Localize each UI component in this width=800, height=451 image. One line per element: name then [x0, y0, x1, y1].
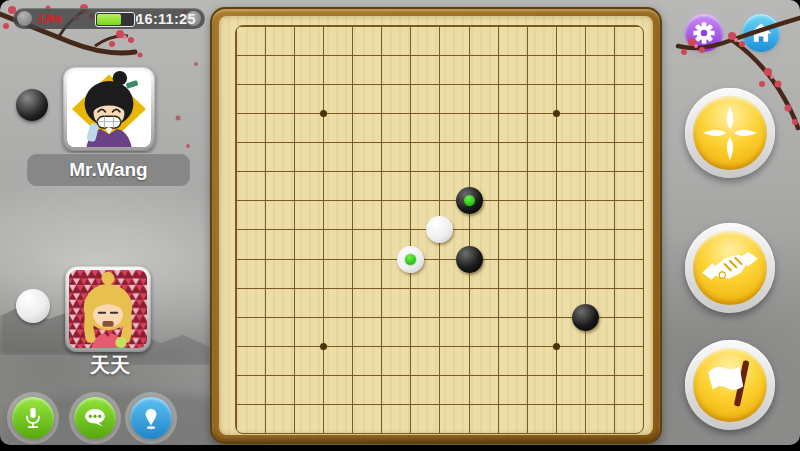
clock-label: 16:11:25 — [135, 11, 197, 27]
voice-button[interactable] — [12, 397, 54, 439]
black-stone-indicator — [16, 89, 48, 121]
last-move-marker — [464, 195, 475, 206]
location-button[interactable] — [130, 397, 172, 439]
home-button[interactable] — [742, 14, 780, 52]
status-left-knob — [17, 11, 32, 26]
black-stone — [456, 246, 483, 273]
white-stone — [397, 246, 424, 273]
go-board-grid[interactable] — [235, 25, 644, 434]
chat-button[interactable] — [74, 397, 116, 439]
battery-fill — [97, 14, 121, 25]
status-bar: 无网络 16:11:25 — [13, 8, 205, 29]
home-icon — [748, 20, 774, 46]
network-warning-label: 无网络 — [37, 14, 63, 26]
white-stone-indicator — [16, 289, 50, 323]
player-top-name: Mr.Wang — [27, 153, 190, 186]
star-point — [553, 343, 560, 350]
go-board-surface — [219, 16, 653, 435]
gear-icon — [691, 20, 717, 46]
star-point — [320, 110, 327, 117]
last-move-marker — [405, 254, 416, 265]
go-board-frame — [210, 7, 662, 444]
player-bottom-avatar — [65, 266, 151, 352]
player-top-name-plate: Mr.Wang — [27, 153, 190, 186]
black-stone — [456, 187, 483, 214]
player-top-avatar — [63, 67, 155, 151]
avatar-mr-wang-illustration — [67, 71, 151, 147]
app-screen: 无网络 16:11:25 — [0, 0, 800, 445]
avatar-tiantian-illustration — [69, 270, 147, 348]
white-flag-icon — [699, 354, 761, 416]
battery-icon — [95, 12, 135, 27]
speech-bubble-ellipsis-icon — [81, 404, 109, 432]
location-pin-icon — [138, 405, 164, 431]
black-stone — [572, 304, 599, 331]
white-stone — [426, 216, 453, 243]
star-point — [320, 343, 327, 350]
resign-button[interactable] — [685, 340, 775, 430]
player-bottom-name: 天天 — [60, 352, 160, 379]
star-point — [553, 110, 560, 117]
handshake-icon — [699, 237, 761, 299]
flower-button[interactable] — [685, 88, 775, 178]
settings-button[interactable] — [685, 14, 723, 52]
draw-offer-button[interactable] — [685, 223, 775, 313]
four-petal-flower-icon — [699, 102, 761, 164]
microphone-icon — [20, 405, 46, 431]
